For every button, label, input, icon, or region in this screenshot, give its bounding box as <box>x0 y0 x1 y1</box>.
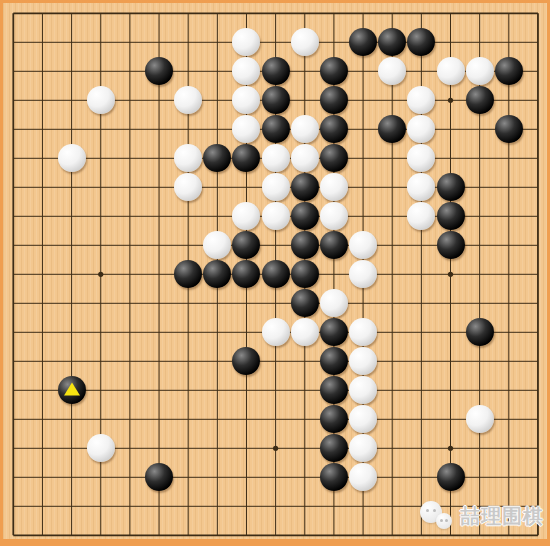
black-stone <box>291 260 319 288</box>
white-stone <box>291 144 319 172</box>
black-stone <box>466 86 494 114</box>
black-stone <box>58 376 86 404</box>
chat-faces-icon <box>420 499 456 533</box>
white-stone <box>437 57 465 85</box>
white-stone <box>262 318 290 346</box>
go-board-screenshot: 喆理围棋 <box>0 0 550 546</box>
white-stone <box>291 28 319 56</box>
last-move-triangle-marker <box>64 383 80 396</box>
black-stone <box>495 57 523 85</box>
black-stone <box>291 173 319 201</box>
white-stone <box>87 86 115 114</box>
black-stone <box>262 57 290 85</box>
white-stone <box>291 318 319 346</box>
watermark: 喆理围棋 <box>420 499 544 533</box>
white-stone <box>466 405 494 433</box>
white-stone <box>291 115 319 143</box>
white-stone <box>58 144 86 172</box>
black-stone <box>466 318 494 346</box>
white-stone <box>262 144 290 172</box>
black-stone <box>437 202 465 230</box>
black-stone <box>291 231 319 259</box>
white-stone <box>466 57 494 85</box>
black-stone <box>262 86 290 114</box>
white-stone <box>87 434 115 462</box>
black-stone <box>495 115 523 143</box>
white-stone <box>262 173 290 201</box>
chat-face-icon <box>436 513 452 529</box>
black-stone <box>291 202 319 230</box>
black-stone <box>291 289 319 317</box>
black-stone <box>437 231 465 259</box>
black-stone <box>437 463 465 491</box>
white-stone <box>262 202 290 230</box>
watermark-text: 喆理围棋 <box>460 503 544 530</box>
black-stone <box>437 173 465 201</box>
black-stone <box>262 260 290 288</box>
black-stone <box>262 115 290 143</box>
